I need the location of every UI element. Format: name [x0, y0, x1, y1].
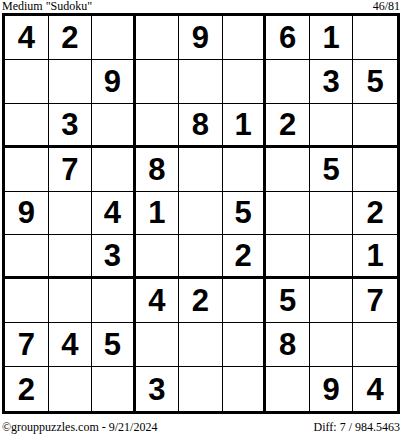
sudoku-cell-r7c9: 7	[353, 279, 397, 323]
sudoku-cell-r4c5[interactable]	[179, 148, 223, 192]
sudoku-cell-r4c2: 7	[49, 148, 93, 192]
sudoku-cell-r2c8: 3	[310, 60, 354, 104]
given-digit: 8	[279, 329, 296, 360]
difficulty-text: Diff: 7 / 984.5463	[314, 420, 400, 434]
sudoku-cell-r8c8[interactable]	[310, 323, 354, 367]
copyright-text: ©grouppuzzles.com - 9/21/2024	[2, 420, 157, 434]
sudoku-cell-r1c4[interactable]	[136, 16, 180, 60]
sudoku-cell-r2c5[interactable]	[179, 60, 223, 104]
given-digit: 2	[234, 240, 251, 271]
sudoku-cell-r4c3[interactable]	[92, 148, 136, 192]
given-digit: 3	[323, 66, 340, 97]
sudoku-cell-r2c7[interactable]	[266, 60, 310, 104]
sudoku-cell-r8c1: 7	[5, 323, 49, 367]
given-digit: 2	[61, 22, 78, 53]
sudoku-cell-r2c3: 9	[92, 60, 136, 104]
sudoku-cell-r3c4[interactable]	[136, 104, 180, 148]
sudoku-cell-r7c7: 5	[266, 279, 310, 323]
sudoku-cell-r7c5: 2	[179, 279, 223, 323]
sudoku-cell-r8c7: 8	[266, 323, 310, 367]
given-digit: 3	[148, 374, 165, 405]
sudoku-cell-r5c2[interactable]	[49, 192, 93, 236]
given-digit: 5	[367, 66, 384, 97]
sudoku-cell-r4c4: 8	[136, 148, 180, 192]
sudoku-cell-r9c5[interactable]	[179, 367, 223, 411]
sudoku-cell-r2c9: 5	[353, 60, 397, 104]
sudoku-cell-r8c2: 4	[49, 323, 93, 367]
given-digit: 1	[323, 22, 340, 53]
sudoku-cell-r5c3: 4	[92, 192, 136, 236]
given-digit: 1	[148, 197, 165, 228]
sudoku-cell-r1c6[interactable]	[223, 16, 267, 60]
sudoku-cell-r3c6: 1	[223, 104, 267, 148]
sudoku-cell-r7c2[interactable]	[49, 279, 93, 323]
sudoku-cell-r5c7[interactable]	[266, 192, 310, 236]
given-digit: 4	[18, 22, 35, 53]
sudoku-cell-r1c1: 4	[5, 16, 49, 60]
sudoku-cell-r9c8: 9	[310, 367, 354, 411]
sudoku-cell-r5c9: 2	[353, 192, 397, 236]
sudoku-cell-r9c2[interactable]	[49, 367, 93, 411]
sudoku-cell-r2c1[interactable]	[5, 60, 49, 104]
sudoku-cell-r6c5[interactable]	[179, 235, 223, 279]
sudoku-cell-r9c6[interactable]	[223, 367, 267, 411]
given-digit: 2	[279, 109, 296, 140]
given-digit: 9	[323, 374, 340, 405]
given-digit: 2	[18, 374, 35, 405]
page-footer: ©grouppuzzles.com - 9/21/2024 Diff: 7 / …	[0, 420, 402, 434]
sudoku-cell-r7c1[interactable]	[5, 279, 49, 323]
given-digit: 5	[234, 197, 251, 228]
sudoku-cell-r1c3[interactable]	[92, 16, 136, 60]
sudoku-cell-r6c7[interactable]	[266, 235, 310, 279]
sudoku-cell-r1c2: 2	[49, 16, 93, 60]
given-digit: 3	[104, 240, 121, 271]
given-digit: 3	[61, 109, 78, 140]
given-digit: 9	[18, 197, 35, 228]
sudoku-cell-r7c6[interactable]	[223, 279, 267, 323]
sudoku-cell-r3c8[interactable]	[310, 104, 354, 148]
sudoku-cell-r9c9: 4	[353, 367, 397, 411]
sudoku-cell-r9c7[interactable]	[266, 367, 310, 411]
given-digit: 1	[234, 109, 251, 140]
sudoku-cell-r5c5[interactable]	[179, 192, 223, 236]
sudoku-cell-r5c6: 5	[223, 192, 267, 236]
given-digit: 4	[367, 374, 384, 405]
given-digit: 5	[104, 329, 121, 360]
sudoku-cell-r8c5[interactable]	[179, 323, 223, 367]
sudoku-cell-r6c4[interactable]	[136, 235, 180, 279]
sudoku-cell-r8c4[interactable]	[136, 323, 180, 367]
sudoku-cell-r3c3[interactable]	[92, 104, 136, 148]
sudoku-cell-r7c8[interactable]	[310, 279, 354, 323]
sudoku-cell-r5c8[interactable]	[310, 192, 354, 236]
given-digit: 7	[61, 154, 78, 185]
sudoku-cell-r2c4[interactable]	[136, 60, 180, 104]
sudoku-cell-r1c8: 1	[310, 16, 354, 60]
given-digit: 8	[192, 109, 209, 140]
given-digit: 7	[18, 329, 35, 360]
given-digit: 4	[148, 285, 165, 316]
sudoku-cell-r8c3: 5	[92, 323, 136, 367]
sudoku-cell-r4c8: 5	[310, 148, 354, 192]
sudoku-cell-r4c9[interactable]	[353, 148, 397, 192]
sudoku-grid: 42961935381278594152321425774582394	[2, 13, 400, 414]
given-digit: 4	[61, 329, 78, 360]
sudoku-cell-r9c3[interactable]	[92, 367, 136, 411]
sudoku-cell-r3c9[interactable]	[353, 104, 397, 148]
sudoku-cell-r6c1[interactable]	[5, 235, 49, 279]
sudoku-cell-r6c2[interactable]	[49, 235, 93, 279]
sudoku-cell-r4c1[interactable]	[5, 148, 49, 192]
sudoku-cell-r8c6[interactable]	[223, 323, 267, 367]
given-digit: 6	[279, 22, 296, 53]
sudoku-cell-r4c6[interactable]	[223, 148, 267, 192]
sudoku-cell-r5c4: 1	[136, 192, 180, 236]
sudoku-cell-r6c8[interactable]	[310, 235, 354, 279]
sudoku-cell-r9c1: 2	[5, 367, 49, 411]
page-header: Medium "Sudoku" 46/81	[0, 0, 402, 13]
given-digit: 9	[104, 66, 121, 97]
sudoku-cell-r1c5: 9	[179, 16, 223, 60]
sudoku-cell-r7c3[interactable]	[92, 279, 136, 323]
sudoku-cell-r1c7: 6	[266, 16, 310, 60]
sudoku-cell-r9c4: 3	[136, 367, 180, 411]
puzzle-title: Medium "Sudoku"	[2, 0, 92, 13]
sudoku-cell-r7c4: 4	[136, 279, 180, 323]
given-digit: 2	[192, 285, 209, 316]
sudoku-cell-r8c9[interactable]	[353, 323, 397, 367]
given-digit: 1	[367, 240, 384, 271]
sudoku-cell-r3c5: 8	[179, 104, 223, 148]
given-digit: 5	[323, 154, 340, 185]
sudoku-cell-r5c1: 9	[5, 192, 49, 236]
sudoku-cell-r6c3: 3	[92, 235, 136, 279]
sudoku-cell-r6c6: 2	[223, 235, 267, 279]
given-digit: 5	[279, 285, 296, 316]
given-digit: 7	[367, 285, 384, 316]
given-digit: 2	[367, 197, 384, 228]
sudoku-cell-r4c7[interactable]	[266, 148, 310, 192]
sudoku-cell-r3c1[interactable]	[5, 104, 49, 148]
given-digit: 8	[148, 154, 165, 185]
sudoku-cell-r2c2[interactable]	[49, 60, 93, 104]
sudoku-cell-r1c9[interactable]	[353, 16, 397, 60]
sudoku-cell-r3c7: 2	[266, 104, 310, 148]
sudoku-cell-r3c2: 3	[49, 104, 93, 148]
progress-counter: 46/81	[373, 0, 400, 13]
sudoku-cell-r2c6[interactable]	[223, 60, 267, 104]
sudoku-cell-r6c9: 1	[353, 235, 397, 279]
given-digit: 9	[192, 22, 209, 53]
given-digit: 4	[104, 197, 121, 228]
